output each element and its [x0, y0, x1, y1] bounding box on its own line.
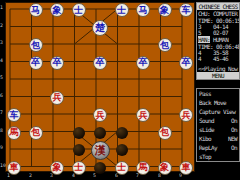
red-move-list: 4 35-584 45-46: [197, 50, 239, 62]
menu-item-label: Kibo: [199, 134, 211, 143]
xiangqi-piece-r-89[interactable]: 車: [179, 161, 193, 175]
menu-item-value: NEW: [228, 134, 237, 143]
menu-item-replay[interactable]: RepLAyOn: [197, 143, 239, 152]
xiangqi-piece-b-80[interactable]: 车: [179, 3, 193, 17]
menu-item-stop[interactable]: sTop: [197, 152, 239, 161]
title-bar: CHINESE CHESS: [197, 3, 239, 10]
xiangqi-piece-b-60[interactable]: 马: [136, 3, 150, 17]
xiangqi-piece-r-39[interactable]: 士: [72, 161, 86, 175]
xiangqi-piece-b-72[interactable]: 包: [158, 38, 172, 52]
menu-item-value: On: [231, 125, 237, 134]
menu-item-kibo[interactable]: KiboNEW: [197, 134, 239, 143]
menu-item-label: sTop: [199, 152, 211, 161]
game-info-panel: CHINESE CHESS CHU: COMPUTER TIME: 00:06:…: [196, 2, 240, 80]
xiangqi-piece-r-46[interactable]: 兵: [93, 108, 107, 122]
move-dot[interactable]: [94, 127, 106, 139]
status-text: <<Playing Now !: [197, 65, 239, 72]
move-dot[interactable]: [116, 144, 128, 156]
xiangqi-piece-r-79[interactable]: 象: [158, 161, 172, 175]
sidebar: CHINESE CHESS CHU: COMPUTER TIME: 00:06:…: [196, 0, 240, 180]
black-time-label: TIME:: [198, 17, 213, 24]
menu-item-label: sLide: [199, 125, 214, 134]
row-label: 1: [0, 5, 3, 10]
menu-item-back-move[interactable]: Back Move: [197, 98, 239, 107]
column-label: 6: [115, 173, 118, 178]
xiangqi-piece-b-30[interactable]: 士: [72, 3, 86, 17]
xiangqi-piece-b-12[interactable]: 包: [29, 38, 43, 52]
xiangqi-piece-b-63[interactable]: 卒: [136, 56, 150, 70]
menu-item-label: Capture View: [199, 107, 235, 116]
black-player-line: CHU: COMPUTER: [197, 10, 239, 17]
black-player-label: CHU:: [198, 10, 210, 17]
menu-item-label: Pass: [199, 89, 211, 98]
row-label: 8: [0, 128, 3, 133]
row-label: 3: [0, 40, 3, 45]
pieces-layer: 马象士士马象车楚包包卒卒卒卒卒车兵兵兵兵馬包包漢車象士士馬象車: [3, 1, 197, 176]
red-player-type: HUMAN: [213, 36, 228, 43]
black-time-line: TIME: 00:06:15: [197, 17, 239, 24]
xiangqi-piece-r-29[interactable]: 象: [50, 161, 64, 175]
xiangqi-piece-r-77[interactable]: 包: [158, 126, 172, 140]
red-player-line: HAN: HUMAN: [197, 36, 239, 43]
xiangqi-piece-r-07[interactable]: 馬: [7, 126, 21, 140]
row-label: 5: [0, 75, 3, 80]
xiangqi-piece-r-69[interactable]: 馬: [136, 161, 150, 175]
xiangqi-piece-r-66[interactable]: 兵: [136, 108, 150, 122]
menu-item-label: Sound: [199, 116, 214, 125]
xiangqi-piece-b-06[interactable]: 车: [7, 108, 21, 122]
move-entry: 4 45-46: [197, 56, 239, 62]
xiangqi-board[interactable]: 马象士士马象车楚包包卒卒卒卒卒车兵兵兵兵馬包包漢車象士士馬象車: [5, 2, 195, 172]
menu-item-value: On: [231, 116, 237, 125]
xiangqi-piece-r-17[interactable]: 包: [29, 126, 43, 140]
move-dot[interactable]: [73, 144, 85, 156]
menu-title-bar: MENU: [197, 72, 239, 79]
red-time-value: 00:06:48: [216, 43, 239, 50]
red-player-label: HAN:: [198, 36, 210, 43]
row-label: 4: [0, 58, 3, 63]
menu-item-label: RepLAy: [199, 143, 217, 152]
menu-item-pass[interactable]: Pass: [197, 89, 239, 98]
xiangqi-piece-b-41[interactable]: 楚: [92, 20, 108, 36]
row-label: 2: [0, 23, 3, 28]
xiangqi-piece-gray-48[interactable]: 漢: [91, 141, 110, 160]
black-move-list: 3 04-145 02-07: [197, 24, 239, 36]
xiangqi-piece-r-59[interactable]: 士: [115, 161, 129, 175]
menu-item-label: Back Move: [199, 98, 226, 107]
xiangqi-piece-r-25[interactable]: 兵: [50, 91, 64, 105]
red-time-line: TIME: 00:06:48: [197, 43, 239, 50]
menu-item-capture-view[interactable]: Capture View: [197, 107, 239, 116]
move-dot[interactable]: [73, 127, 85, 139]
menu-item-slide[interactable]: sLideOn: [197, 125, 239, 134]
row-label: 6: [0, 93, 3, 98]
row-label: 10: [0, 163, 6, 168]
xiangqi-piece-r-09[interactable]: 車: [7, 161, 21, 175]
black-player-type: COMPUTER: [213, 10, 237, 17]
xiangqi-game-screen: 马象士士马象车楚包包卒卒卒卒卒车兵兵兵兵馬包包漢車象士士馬象車 12345678…: [0, 0, 240, 180]
menu-item-value: On: [231, 143, 237, 152]
column-label: 8: [158, 173, 161, 178]
xiangqi-piece-b-10[interactable]: 马: [29, 3, 43, 17]
menu-item-sound[interactable]: SoundOn: [197, 116, 239, 125]
xiangqi-piece-b-70[interactable]: 象: [158, 3, 172, 17]
xiangqi-piece-b-83[interactable]: 卒: [179, 56, 193, 70]
xiangqi-piece-b-50[interactable]: 士: [115, 3, 129, 17]
xiangqi-piece-b-43[interactable]: 卒: [93, 56, 107, 70]
red-time-label: TIME:: [198, 43, 213, 50]
game-menu: PassBack MoveCapture ViewSoundOnsLideOnK…: [196, 88, 240, 162]
row-label: 9: [0, 145, 3, 150]
black-time-value: 00:06:15: [216, 17, 239, 24]
xiangqi-piece-r-86[interactable]: 兵: [179, 108, 193, 122]
move-dot[interactable]: [116, 127, 128, 139]
column-label: 4: [72, 173, 75, 178]
column-label: 5: [93, 173, 96, 178]
xiangqi-piece-b-20[interactable]: 象: [50, 3, 64, 17]
move-dot[interactable]: [94, 162, 106, 174]
row-label: 7: [0, 110, 3, 115]
column-label: 2: [29, 173, 32, 178]
xiangqi-piece-b-23[interactable]: 卒: [50, 56, 64, 70]
xiangqi-piece-b-13[interactable]: 卒: [29, 56, 43, 70]
